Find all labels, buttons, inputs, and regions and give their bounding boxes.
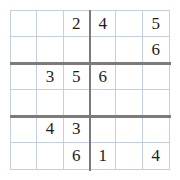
cell-r1c4: 4: [90, 11, 116, 37]
cell-r3c6[interactable]: [143, 64, 169, 90]
given-digit: 1: [98, 147, 107, 164]
cell-r6c2[interactable]: [37, 143, 63, 169]
cell-r4c2[interactable]: [37, 90, 63, 116]
cell-r1c3: 2: [64, 11, 90, 37]
cell-r2c5[interactable]: [116, 37, 142, 63]
cell-r4c1[interactable]: [11, 90, 37, 116]
cell-r3c3: 5: [64, 64, 90, 90]
cell-r6c3: 6: [64, 143, 90, 169]
sudoku-page: 245635643614: [0, 0, 180, 180]
cell-r6c1[interactable]: [11, 143, 37, 169]
cell-r5c1[interactable]: [11, 116, 37, 142]
cell-r1c1[interactable]: [11, 11, 37, 37]
given-digit: 5: [152, 15, 161, 32]
cell-r2c4[interactable]: [90, 37, 116, 63]
given-digit: 6: [72, 147, 81, 164]
given-digit: 3: [72, 120, 81, 137]
cell-r6c4: 1: [90, 143, 116, 169]
cell-r6c6: 4: [143, 143, 169, 169]
given-digit: 2: [72, 15, 81, 32]
cell-r2c6: 6: [143, 37, 169, 63]
box-divider-vertical: [89, 10, 92, 171]
cell-r3c1[interactable]: [11, 64, 37, 90]
given-digit: 4: [46, 120, 55, 137]
given-digit: 4: [98, 15, 107, 32]
cell-r6c5[interactable]: [116, 143, 142, 169]
given-digit: 3: [46, 68, 55, 85]
cell-r4c4[interactable]: [90, 90, 116, 116]
cell-r5c4[interactable]: [90, 116, 116, 142]
cell-r3c2: 3: [37, 64, 63, 90]
cell-r5c6[interactable]: [143, 116, 169, 142]
cell-r2c1[interactable]: [11, 37, 37, 63]
cell-r5c3: 3: [64, 116, 90, 142]
given-digit: 4: [152, 147, 161, 164]
given-digit: 5: [72, 68, 81, 85]
cell-r2c3[interactable]: [64, 37, 90, 63]
cell-r4c5[interactable]: [116, 90, 142, 116]
sudoku-board: 245635643614: [10, 10, 170, 170]
cell-r1c2[interactable]: [37, 11, 63, 37]
given-digit: 6: [98, 68, 107, 85]
cell-r5c5[interactable]: [116, 116, 142, 142]
given-digit: 6: [152, 41, 161, 58]
cell-r5c2: 4: [37, 116, 63, 142]
cell-r1c5[interactable]: [116, 11, 142, 37]
box-divider-horizontal-1: [10, 62, 171, 65]
cell-r3c4: 6: [90, 64, 116, 90]
cell-r2c2[interactable]: [37, 37, 63, 63]
cell-r1c6: 5: [143, 11, 169, 37]
cell-r3c5[interactable]: [116, 64, 142, 90]
box-divider-horizontal-2: [10, 115, 171, 118]
cell-r4c6[interactable]: [143, 90, 169, 116]
cell-r4c3[interactable]: [64, 90, 90, 116]
